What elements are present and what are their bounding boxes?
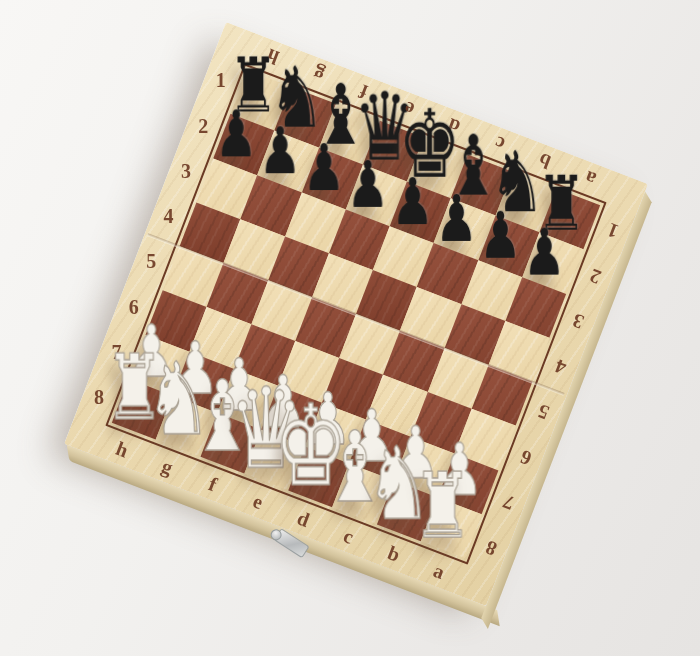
piece-black-pawn[interactable]: ♟: [523, 223, 566, 284]
piece-black-pawn[interactable]: ♟: [435, 189, 478, 250]
piece-black-pawn[interactable]: ♟: [303, 138, 346, 199]
chess-board: hgfedcba hgfedcba 12345678 12345678 ♜♞♝♛…: [64, 22, 648, 606]
rank-label-4: 4: [153, 192, 185, 241]
photo-backdrop: hgfedcba hgfedcba 12345678 12345678 ♜♞♝♛…: [0, 0, 700, 656]
piece-white-rook[interactable]: ♜: [413, 463, 473, 549]
piece-black-pawn[interactable]: ♟: [214, 104, 257, 165]
piece-black-pawn[interactable]: ♟: [258, 121, 301, 182]
piece-black-pawn[interactable]: ♟: [347, 155, 390, 216]
rank-label-5: 5: [135, 237, 167, 286]
piece-black-pawn[interactable]: ♟: [479, 206, 522, 267]
rank-label-3: 3: [170, 147, 202, 196]
piece-black-pawn[interactable]: ♟: [391, 172, 434, 233]
